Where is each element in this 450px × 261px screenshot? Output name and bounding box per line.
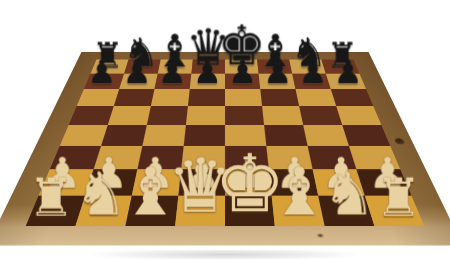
square-b1[interactable]: ♞ [76, 196, 132, 226]
square-b3[interactable] [94, 146, 143, 169]
square-g1[interactable]: ♞ [318, 196, 374, 226]
square-f5[interactable] [262, 106, 303, 125]
square-a6[interactable] [77, 89, 119, 106]
square-e4[interactable] [225, 125, 266, 146]
board-frame: ♜♞♝♛♚♝♞♜♟♟♟♟♟♟♟♟♟♟♟♟♟♟♟♟♜♞♝♛♚♝♞♜ [0, 52, 450, 246]
board-shadow [30, 250, 420, 259]
square-e8[interactable]: ♚ [225, 60, 259, 74]
board-tilt-plane: ♜♞♝♛♚♝♞♜♟♟♟♟♟♟♟♟♟♟♟♟♟♟♟♟♜♞♝♛♚♝♞♜ [0, 52, 450, 246]
square-d6[interactable] [188, 89, 225, 106]
square-f4[interactable] [264, 125, 308, 146]
square-d8[interactable]: ♛ [191, 60, 225, 74]
square-f2[interactable]: ♟ [269, 169, 318, 196]
piece-black-rook: ♜ [327, 37, 359, 72]
square-d3[interactable] [181, 146, 225, 169]
piece-black-bishop: ♝ [155, 28, 195, 73]
square-c1[interactable]: ♝ [125, 196, 178, 226]
square-d7[interactable]: ♟ [190, 74, 225, 89]
piece-black-knight: ♞ [291, 33, 327, 73]
square-a8[interactable]: ♜ [91, 60, 129, 74]
wood-knot-icon [394, 138, 406, 145]
piece-black-bishop: ♝ [255, 28, 295, 73]
square-b6[interactable] [114, 89, 155, 106]
square-b8[interactable]: ♞ [124, 60, 161, 74]
square-f6[interactable] [260, 89, 299, 106]
square-h4[interactable] [342, 125, 390, 146]
wood-knot-small-icon [316, 233, 324, 238]
square-h8[interactable]: ♜ [321, 60, 359, 74]
square-h1[interactable]: ♜ [365, 196, 424, 226]
square-a5[interactable] [69, 106, 114, 125]
square-c5[interactable] [147, 106, 188, 125]
square-f8[interactable]: ♝ [257, 60, 292, 74]
square-e6[interactable] [225, 89, 262, 106]
chess-board: ♜♞♝♛♚♝♞♜♟♟♟♟♟♟♟♟♟♟♟♟♟♟♟♟♜♞♝♛♚♝♞♜ [26, 60, 425, 226]
square-f3[interactable] [266, 146, 312, 169]
square-h6[interactable] [331, 89, 373, 106]
square-g8[interactable]: ♞ [289, 60, 326, 74]
square-h7[interactable]: ♟ [326, 74, 366, 89]
square-c3[interactable] [137, 146, 183, 169]
square-a7[interactable]: ♟ [84, 74, 124, 89]
square-e1[interactable]: ♚ [225, 196, 275, 226]
square-b4[interactable] [101, 125, 147, 146]
square-a4[interactable] [60, 125, 108, 146]
square-e2[interactable]: ♟ [225, 169, 272, 196]
piece-black-knight: ♞ [123, 33, 159, 73]
square-g5[interactable] [299, 106, 342, 125]
square-d4[interactable] [184, 125, 225, 146]
square-d5[interactable] [186, 106, 225, 125]
square-g3[interactable] [308, 146, 357, 169]
piece-black-rook: ♜ [92, 37, 124, 72]
square-e5[interactable] [225, 106, 264, 125]
square-e7[interactable]: ♟ [225, 74, 260, 89]
square-b2[interactable]: ♟ [85, 169, 137, 196]
square-g7[interactable]: ♟ [292, 74, 331, 89]
square-e3[interactable] [225, 146, 269, 169]
square-d1[interactable]: ♛ [175, 196, 225, 226]
square-g4[interactable] [303, 125, 349, 146]
square-a1[interactable]: ♜ [26, 196, 85, 226]
square-a3[interactable] [50, 146, 101, 169]
chess-set-photo: ♜♞♝♛♚♝♞♜♟♟♟♟♟♟♟♟♟♟♟♟♟♟♟♟♜♞♝♛♚♝♞♜ [0, 0, 450, 261]
square-g6[interactable] [296, 89, 337, 106]
square-h5[interactable] [336, 106, 381, 125]
square-b7[interactable]: ♟ [119, 74, 158, 89]
square-f7[interactable]: ♟ [259, 74, 296, 89]
square-b5[interactable] [108, 106, 151, 125]
square-c6[interactable] [151, 89, 190, 106]
square-h3[interactable] [349, 146, 400, 169]
square-c8[interactable]: ♝ [158, 60, 193, 74]
square-f1[interactable]: ♝ [272, 196, 325, 226]
square-d2[interactable]: ♟ [178, 169, 225, 196]
square-h2[interactable]: ♟ [356, 169, 411, 196]
square-c4[interactable] [142, 125, 186, 146]
square-c7[interactable]: ♟ [154, 74, 191, 89]
square-c2[interactable]: ♟ [132, 169, 181, 196]
